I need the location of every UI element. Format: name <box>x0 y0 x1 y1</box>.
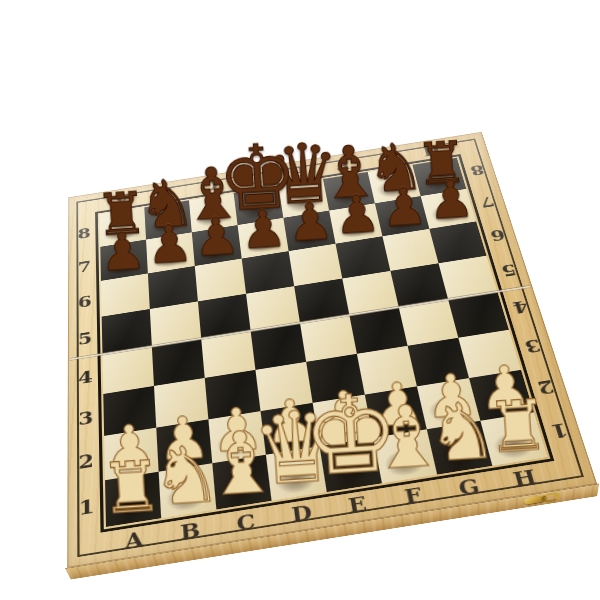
white-knight-b1[interactable]: ♞ <box>159 463 217 518</box>
black-pawn-h7[interactable]: ♟ <box>421 189 477 229</box>
pawn-glyph: ♟ <box>398 172 505 227</box>
clasp-hook <box>540 492 560 504</box>
chess-set-photo: ABCDEFGH ABCDEFGH 87654321 87654321 ♜♞♝♚… <box>0 0 600 600</box>
chess-board: ABCDEFGH ABCDEFGH 87654321 87654321 ♜♞♝♚… <box>67 132 597 568</box>
knight-glyph: ♞ <box>399 391 526 473</box>
white-knight-g1[interactable]: ♞ <box>427 421 493 475</box>
knight-glyph: ♞ <box>123 435 250 517</box>
